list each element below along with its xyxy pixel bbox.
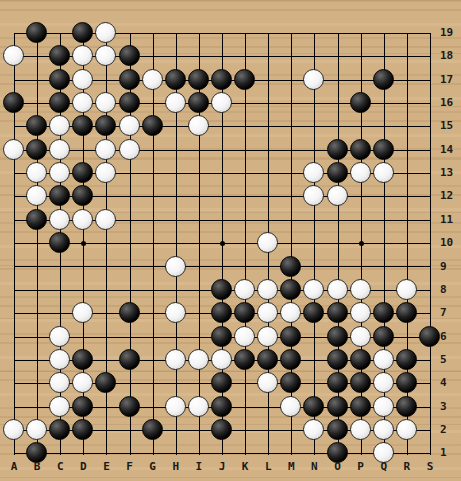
black-stone-O14[interactable] bbox=[327, 139, 348, 160]
row-label-5: 5 bbox=[440, 353, 461, 366]
white-stone-Q5[interactable] bbox=[373, 349, 394, 370]
white-stone-J5[interactable] bbox=[211, 349, 232, 370]
row-label-3: 3 bbox=[440, 400, 461, 413]
white-stone-Q2[interactable] bbox=[373, 419, 394, 440]
column-label-L: L bbox=[258, 460, 278, 473]
white-stone-C4[interactable] bbox=[49, 372, 70, 393]
white-stone-E14[interactable] bbox=[95, 139, 116, 160]
black-stone-D19[interactable] bbox=[72, 22, 93, 43]
column-label-K: K bbox=[235, 460, 255, 473]
row-label-18: 18 bbox=[440, 49, 461, 62]
white-stone-H7[interactable] bbox=[165, 302, 186, 323]
row-label-12: 12 bbox=[440, 189, 461, 202]
black-stone-F7[interactable] bbox=[119, 302, 140, 323]
row-label-14: 14 bbox=[440, 143, 461, 156]
row-label-11: 11 bbox=[440, 213, 461, 226]
column-label-P: P bbox=[351, 460, 371, 473]
column-label-R: R bbox=[397, 460, 417, 473]
black-stone-F5[interactable] bbox=[119, 349, 140, 370]
white-stone-K8[interactable] bbox=[234, 279, 255, 300]
black-stone-P16[interactable] bbox=[350, 92, 371, 113]
black-stone-P5[interactable] bbox=[350, 349, 371, 370]
white-stone-C15[interactable] bbox=[49, 115, 70, 136]
black-stone-F18[interactable] bbox=[119, 45, 140, 66]
star-point bbox=[81, 241, 86, 246]
black-stone-K17[interactable] bbox=[234, 69, 255, 90]
white-stone-C13[interactable] bbox=[49, 162, 70, 183]
star-point bbox=[220, 241, 225, 246]
white-stone-E19[interactable] bbox=[95, 22, 116, 43]
column-label-H: H bbox=[166, 460, 186, 473]
row-label-2: 2 bbox=[440, 423, 461, 436]
column-label-G: G bbox=[143, 460, 163, 473]
black-stone-M8[interactable] bbox=[280, 279, 301, 300]
row-label-1: 1 bbox=[440, 446, 461, 459]
row-label-19: 19 bbox=[440, 26, 461, 39]
white-stone-O12[interactable] bbox=[327, 185, 348, 206]
black-stone-J2[interactable] bbox=[211, 419, 232, 440]
black-stone-S6[interactable] bbox=[419, 326, 440, 347]
black-stone-J3[interactable] bbox=[211, 396, 232, 417]
white-stone-G17[interactable] bbox=[142, 69, 163, 90]
white-stone-L4[interactable] bbox=[257, 372, 278, 393]
black-stone-I16[interactable] bbox=[188, 92, 209, 113]
column-label-C: C bbox=[50, 460, 70, 473]
white-stone-A14[interactable] bbox=[3, 139, 24, 160]
black-stone-C12[interactable] bbox=[49, 185, 70, 206]
black-stone-E15[interactable] bbox=[95, 115, 116, 136]
black-stone-C16[interactable] bbox=[49, 92, 70, 113]
white-stone-E13[interactable] bbox=[95, 162, 116, 183]
black-stone-A16[interactable] bbox=[3, 92, 24, 113]
black-stone-J4[interactable] bbox=[211, 372, 232, 393]
column-label-S: S bbox=[420, 460, 440, 473]
black-stone-O13[interactable] bbox=[327, 162, 348, 183]
white-stone-I5[interactable] bbox=[188, 349, 209, 370]
white-stone-A18[interactable] bbox=[3, 45, 24, 66]
white-stone-L8[interactable] bbox=[257, 279, 278, 300]
white-stone-I3[interactable] bbox=[188, 396, 209, 417]
black-stone-C10[interactable] bbox=[49, 232, 70, 253]
white-stone-Q3[interactable] bbox=[373, 396, 394, 417]
row-label-17: 17 bbox=[440, 73, 461, 86]
black-stone-R4[interactable] bbox=[396, 372, 417, 393]
column-label-O: O bbox=[328, 460, 348, 473]
column-label-F: F bbox=[120, 460, 140, 473]
black-stone-Q17[interactable] bbox=[373, 69, 394, 90]
white-stone-N2[interactable] bbox=[303, 419, 324, 440]
black-stone-Q14[interactable] bbox=[373, 139, 394, 160]
row-label-4: 4 bbox=[440, 376, 461, 389]
black-stone-M6[interactable] bbox=[280, 326, 301, 347]
black-stone-R3[interactable] bbox=[396, 396, 417, 417]
white-stone-B13[interactable] bbox=[26, 162, 47, 183]
black-stone-D5[interactable] bbox=[72, 349, 93, 370]
black-stone-K5[interactable] bbox=[234, 349, 255, 370]
black-stone-Q7[interactable] bbox=[373, 302, 394, 323]
row-label-16: 16 bbox=[440, 96, 461, 109]
white-stone-R2[interactable] bbox=[396, 419, 417, 440]
black-stone-P3[interactable] bbox=[350, 396, 371, 417]
white-stone-C6[interactable] bbox=[49, 326, 70, 347]
white-stone-Q4[interactable] bbox=[373, 372, 394, 393]
black-stone-D2[interactable] bbox=[72, 419, 93, 440]
white-stone-F14[interactable] bbox=[119, 139, 140, 160]
black-stone-O5[interactable] bbox=[327, 349, 348, 370]
go-board[interactable]: ABCDEFGHIJKLMNOPQRS 19181716151413121110… bbox=[0, 0, 461, 481]
black-stone-C2[interactable] bbox=[49, 419, 70, 440]
black-stone-J17[interactable] bbox=[211, 69, 232, 90]
white-stone-D17[interactable] bbox=[72, 69, 93, 90]
star-point bbox=[359, 241, 364, 246]
white-stone-P6[interactable] bbox=[350, 326, 371, 347]
black-stone-F17[interactable] bbox=[119, 69, 140, 90]
white-stone-P8[interactable] bbox=[350, 279, 371, 300]
black-stone-O6[interactable] bbox=[327, 326, 348, 347]
white-stone-H3[interactable] bbox=[165, 396, 186, 417]
white-stone-I15[interactable] bbox=[188, 115, 209, 136]
white-stone-Q13[interactable] bbox=[373, 162, 394, 183]
white-stone-H9[interactable] bbox=[165, 256, 186, 277]
column-label-I: I bbox=[189, 460, 209, 473]
white-stone-C5[interactable] bbox=[49, 349, 70, 370]
black-stone-P4[interactable] bbox=[350, 372, 371, 393]
white-stone-N13[interactable] bbox=[303, 162, 324, 183]
white-stone-M3[interactable] bbox=[280, 396, 301, 417]
black-stone-C17[interactable] bbox=[49, 69, 70, 90]
row-label-13: 13 bbox=[440, 166, 461, 179]
black-stone-O3[interactable] bbox=[327, 396, 348, 417]
white-stone-L10[interactable] bbox=[257, 232, 278, 253]
white-stone-P13[interactable] bbox=[350, 162, 371, 183]
column-label-N: N bbox=[304, 460, 324, 473]
row-label-9: 9 bbox=[440, 260, 461, 273]
black-stone-F16[interactable] bbox=[119, 92, 140, 113]
white-stone-A2[interactable] bbox=[3, 419, 24, 440]
white-stone-P7[interactable] bbox=[350, 302, 371, 323]
column-label-D: D bbox=[73, 460, 93, 473]
white-stone-N12[interactable] bbox=[303, 185, 324, 206]
white-stone-N17[interactable] bbox=[303, 69, 324, 90]
row-label-10: 10 bbox=[440, 236, 461, 249]
black-stone-E4[interactable] bbox=[95, 372, 116, 393]
black-stone-R5[interactable] bbox=[396, 349, 417, 370]
white-stone-L7[interactable] bbox=[257, 302, 278, 323]
white-stone-E16[interactable] bbox=[95, 92, 116, 113]
black-stone-I17[interactable] bbox=[188, 69, 209, 90]
row-label-15: 15 bbox=[440, 119, 461, 132]
black-stone-R7[interactable] bbox=[396, 302, 417, 323]
black-stone-B11[interactable] bbox=[26, 209, 47, 230]
white-stone-M7[interactable] bbox=[280, 302, 301, 323]
column-label-M: M bbox=[281, 460, 301, 473]
black-stone-O7[interactable] bbox=[327, 302, 348, 323]
black-stone-G15[interactable] bbox=[142, 115, 163, 136]
white-stone-D16[interactable] bbox=[72, 92, 93, 113]
white-stone-K6[interactable] bbox=[234, 326, 255, 347]
black-stone-J6[interactable] bbox=[211, 326, 232, 347]
black-stone-N7[interactable] bbox=[303, 302, 324, 323]
row-label-7: 7 bbox=[440, 306, 461, 319]
black-stone-L5[interactable] bbox=[257, 349, 278, 370]
column-label-B: B bbox=[27, 460, 47, 473]
black-stone-B14[interactable] bbox=[26, 139, 47, 160]
black-stone-D15[interactable] bbox=[72, 115, 93, 136]
column-label-Q: Q bbox=[374, 460, 394, 473]
column-label-J: J bbox=[212, 460, 232, 473]
white-stone-N8[interactable] bbox=[303, 279, 324, 300]
white-stone-D11[interactable] bbox=[72, 209, 93, 230]
white-stone-P2[interactable] bbox=[350, 419, 371, 440]
black-stone-H17[interactable] bbox=[165, 69, 186, 90]
white-stone-E11[interactable] bbox=[95, 209, 116, 230]
black-stone-M5[interactable] bbox=[280, 349, 301, 370]
black-stone-J7[interactable] bbox=[211, 302, 232, 323]
white-stone-C11[interactable] bbox=[49, 209, 70, 230]
black-stone-D12[interactable] bbox=[72, 185, 93, 206]
white-stone-J16[interactable] bbox=[211, 92, 232, 113]
black-stone-N3[interactable] bbox=[303, 396, 324, 417]
white-stone-R8[interactable] bbox=[396, 279, 417, 300]
white-stone-O8[interactable] bbox=[327, 279, 348, 300]
black-stone-B19[interactable] bbox=[26, 22, 47, 43]
white-stone-C3[interactable] bbox=[49, 396, 70, 417]
white-stone-B12[interactable] bbox=[26, 185, 47, 206]
row-label-8: 8 bbox=[440, 283, 461, 296]
black-stone-K7[interactable] bbox=[234, 302, 255, 323]
white-stone-D4[interactable] bbox=[72, 372, 93, 393]
black-stone-J8[interactable] bbox=[211, 279, 232, 300]
black-stone-G2[interactable] bbox=[142, 419, 163, 440]
white-stone-C14[interactable] bbox=[49, 139, 70, 160]
black-stone-D3[interactable] bbox=[72, 396, 93, 417]
black-stone-Q6[interactable] bbox=[373, 326, 394, 347]
white-stone-E18[interactable] bbox=[95, 45, 116, 66]
white-stone-B2[interactable] bbox=[26, 419, 47, 440]
black-stone-P14[interactable] bbox=[350, 139, 371, 160]
white-stone-L6[interactable] bbox=[257, 326, 278, 347]
black-stone-C18[interactable] bbox=[49, 45, 70, 66]
column-label-A: A bbox=[4, 460, 24, 473]
black-stone-O2[interactable] bbox=[327, 419, 348, 440]
white-stone-D18[interactable] bbox=[72, 45, 93, 66]
white-stone-F15[interactable] bbox=[119, 115, 140, 136]
black-stone-M9[interactable] bbox=[280, 256, 301, 277]
row-label-6: 6 bbox=[440, 330, 461, 343]
white-stone-H16[interactable] bbox=[165, 92, 186, 113]
white-stone-D7[interactable] bbox=[72, 302, 93, 323]
black-stone-D13[interactable] bbox=[72, 162, 93, 183]
black-stone-O4[interactable] bbox=[327, 372, 348, 393]
black-stone-F3[interactable] bbox=[119, 396, 140, 417]
black-stone-M4[interactable] bbox=[280, 372, 301, 393]
white-stone-H5[interactable] bbox=[165, 349, 186, 370]
black-stone-B15[interactable] bbox=[26, 115, 47, 136]
column-label-E: E bbox=[96, 460, 116, 473]
